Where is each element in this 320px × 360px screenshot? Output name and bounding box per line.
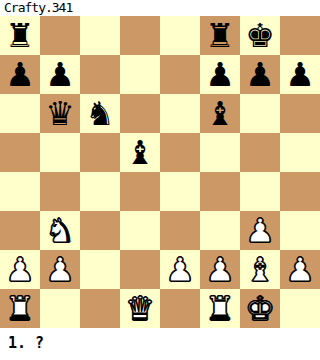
square-e5[interactable] <box>160 133 200 172</box>
square-f5[interactable] <box>200 133 240 172</box>
white-pawn[interactable]: ♟︎ <box>285 250 315 289</box>
square-h6[interactable] <box>280 94 320 133</box>
white-king[interactable]: ♚︎ <box>245 289 275 328</box>
white-pawn[interactable]: ♟︎ <box>45 250 75 289</box>
square-b5[interactable] <box>40 133 80 172</box>
chess-board: ♜︎♜︎♚︎♟︎♟︎♟︎♟︎♟︎♛︎♞︎♝︎♝︎♞︎♟︎♟︎♟︎♟︎♟︎♝︎♟︎… <box>0 16 320 328</box>
square-f8[interactable]: ♜︎ <box>200 16 240 55</box>
white-queen[interactable]: ♛︎ <box>125 289 155 328</box>
black-king[interactable]: ♚︎ <box>245 16 275 55</box>
square-h3[interactable] <box>280 211 320 250</box>
square-g8[interactable]: ♚︎ <box>240 16 280 55</box>
square-a2[interactable]: ♟︎ <box>0 250 40 289</box>
black-pawn[interactable]: ♟︎ <box>245 55 275 94</box>
black-pawn[interactable]: ♟︎ <box>205 55 235 94</box>
square-c5[interactable] <box>80 133 120 172</box>
square-b1[interactable] <box>40 289 80 328</box>
white-rook[interactable]: ♜︎ <box>5 289 35 328</box>
square-h7[interactable]: ♟︎ <box>280 55 320 94</box>
square-b6[interactable]: ♛︎ <box>40 94 80 133</box>
square-g2[interactable]: ♝︎ <box>240 250 280 289</box>
square-d3[interactable] <box>120 211 160 250</box>
square-a6[interactable] <box>0 94 40 133</box>
square-f2[interactable]: ♟︎ <box>200 250 240 289</box>
black-pawn[interactable]: ♟︎ <box>5 55 35 94</box>
square-c2[interactable] <box>80 250 120 289</box>
square-c1[interactable] <box>80 289 120 328</box>
square-f3[interactable] <box>200 211 240 250</box>
square-c7[interactable] <box>80 55 120 94</box>
white-pawn[interactable]: ♟︎ <box>5 250 35 289</box>
black-pawn[interactable]: ♟︎ <box>45 55 75 94</box>
square-g7[interactable]: ♟︎ <box>240 55 280 94</box>
square-e3[interactable] <box>160 211 200 250</box>
square-e7[interactable] <box>160 55 200 94</box>
white-pawn[interactable]: ♟︎ <box>165 250 195 289</box>
square-b3[interactable]: ♞︎ <box>40 211 80 250</box>
square-d1[interactable]: ♛︎ <box>120 289 160 328</box>
square-e6[interactable] <box>160 94 200 133</box>
square-e8[interactable] <box>160 16 200 55</box>
square-d8[interactable] <box>120 16 160 55</box>
square-d4[interactable] <box>120 172 160 211</box>
white-pawn[interactable]: ♟︎ <box>245 211 275 250</box>
square-h8[interactable] <box>280 16 320 55</box>
square-a7[interactable]: ♟︎ <box>0 55 40 94</box>
square-c6[interactable]: ♞︎ <box>80 94 120 133</box>
square-d6[interactable] <box>120 94 160 133</box>
square-d2[interactable] <box>120 250 160 289</box>
square-f7[interactable]: ♟︎ <box>200 55 240 94</box>
square-h2[interactable]: ♟︎ <box>280 250 320 289</box>
move-prompt: 1. ? <box>0 328 320 360</box>
square-g4[interactable] <box>240 172 280 211</box>
square-h4[interactable] <box>280 172 320 211</box>
crafty-window: Crafty.341 ♜︎♜︎♚︎♟︎♟︎♟︎♟︎♟︎♛︎♞︎♝︎♝︎♞︎♟︎♟… <box>0 0 320 360</box>
square-c8[interactable] <box>80 16 120 55</box>
square-g1[interactable]: ♚︎ <box>240 289 280 328</box>
square-b4[interactable] <box>40 172 80 211</box>
square-e4[interactable] <box>160 172 200 211</box>
square-g6[interactable] <box>240 94 280 133</box>
black-bishop[interactable]: ♝︎ <box>125 133 155 172</box>
square-f4[interactable] <box>200 172 240 211</box>
square-d7[interactable] <box>120 55 160 94</box>
square-b7[interactable]: ♟︎ <box>40 55 80 94</box>
square-h5[interactable] <box>280 133 320 172</box>
white-pawn[interactable]: ♟︎ <box>205 250 235 289</box>
black-bishop[interactable]: ♝︎ <box>205 94 235 133</box>
black-knight[interactable]: ♞︎ <box>85 94 115 133</box>
window-title: Crafty.341 <box>0 0 320 16</box>
black-rook[interactable]: ♜︎ <box>5 16 35 55</box>
square-d5[interactable]: ♝︎ <box>120 133 160 172</box>
square-c3[interactable] <box>80 211 120 250</box>
square-g5[interactable] <box>240 133 280 172</box>
square-e2[interactable]: ♟︎ <box>160 250 200 289</box>
black-queen[interactable]: ♛︎ <box>45 94 75 133</box>
square-f1[interactable]: ♜︎ <box>200 289 240 328</box>
square-a8[interactable]: ♜︎ <box>0 16 40 55</box>
square-g3[interactable]: ♟︎ <box>240 211 280 250</box>
white-bishop[interactable]: ♝︎ <box>245 250 275 289</box>
square-b2[interactable]: ♟︎ <box>40 250 80 289</box>
square-a3[interactable] <box>0 211 40 250</box>
black-rook[interactable]: ♜︎ <box>205 16 235 55</box>
square-b8[interactable] <box>40 16 80 55</box>
square-a5[interactable] <box>0 133 40 172</box>
square-e1[interactable] <box>160 289 200 328</box>
square-f6[interactable]: ♝︎ <box>200 94 240 133</box>
square-c4[interactable] <box>80 172 120 211</box>
black-pawn[interactable]: ♟︎ <box>285 55 315 94</box>
square-a1[interactable]: ♜︎ <box>0 289 40 328</box>
white-rook[interactable]: ♜︎ <box>205 289 235 328</box>
square-a4[interactable] <box>0 172 40 211</box>
square-h1[interactable] <box>280 289 320 328</box>
white-knight[interactable]: ♞︎ <box>45 211 75 250</box>
